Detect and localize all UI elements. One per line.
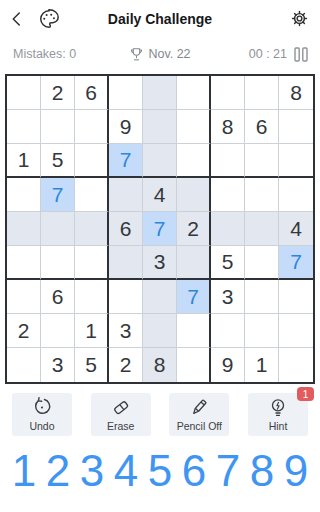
- number-pad: 123456789: [8, 449, 312, 493]
- cell-r6c9[interactable]: 7: [279, 246, 313, 280]
- pad-digit-6[interactable]: 6: [178, 449, 210, 493]
- pad-digit-8[interactable]: 8: [246, 449, 278, 493]
- cell-r5c4[interactable]: 6: [109, 212, 143, 246]
- cell-r2c6[interactable]: [177, 110, 211, 144]
- cell-r2c2[interactable]: [41, 110, 75, 144]
- cell-r3c8[interactable]: [245, 144, 279, 178]
- cell-r6c1[interactable]: [7, 246, 41, 280]
- cell-r4c2[interactable]: 7: [41, 178, 75, 212]
- cell-r7c8[interactable]: [245, 280, 279, 314]
- cell-r8c8[interactable]: [245, 314, 279, 348]
- cell-r5c1[interactable]: [7, 212, 41, 246]
- cell-r7c6[interactable]: 7: [177, 280, 211, 314]
- cell-r4c7[interactable]: [211, 178, 245, 212]
- cell-r4c6[interactable]: [177, 178, 211, 212]
- cell-r6c8[interactable]: [245, 246, 279, 280]
- timer-group: 00 : 21: [191, 47, 320, 62]
- pad-digit-4[interactable]: 4: [110, 449, 142, 493]
- cell-r8c1[interactable]: 2: [7, 314, 41, 348]
- cell-r8c5[interactable]: [143, 314, 177, 348]
- cell-r9c5[interactable]: 8: [143, 348, 177, 382]
- cell-r4c1[interactable]: [7, 178, 41, 212]
- hint-button[interactable]: 1 Hint: [248, 393, 308, 436]
- cell-r2c3[interactable]: [75, 110, 109, 144]
- cell-r4c3[interactable]: [75, 178, 109, 212]
- cell-r2c8[interactable]: 6: [245, 110, 279, 144]
- cell-r9c7[interactable]: 9: [211, 348, 245, 382]
- cell-r1c8[interactable]: [245, 76, 279, 110]
- cell-r2c1[interactable]: [7, 110, 41, 144]
- hint-label: Hint: [269, 420, 288, 432]
- cell-r1c7[interactable]: [211, 76, 245, 110]
- eraser-icon: [110, 397, 132, 418]
- cell-r9c1[interactable]: [7, 348, 41, 382]
- cell-r9c6[interactable]: [177, 348, 211, 382]
- pencil-label: Pencil Off: [177, 420, 222, 432]
- mistakes-counter: Mistakes: 0: [0, 47, 130, 61]
- cell-r3c7[interactable]: [211, 144, 245, 178]
- cell-r1c1[interactable]: [7, 76, 41, 110]
- cell-r2c9[interactable]: [279, 110, 313, 144]
- cell-r5c3[interactable]: [75, 212, 109, 246]
- cell-r5c6[interactable]: 2: [177, 212, 211, 246]
- cell-r8c6[interactable]: [177, 314, 211, 348]
- toolbar: Undo Erase Pencil Off 1: [12, 393, 308, 436]
- cell-r8c4[interactable]: 3: [109, 314, 143, 348]
- pause-button[interactable]: [294, 47, 308, 62]
- erase-label: Erase: [107, 420, 134, 432]
- hint-badge: 1: [297, 387, 314, 401]
- cell-r7c5[interactable]: [143, 280, 177, 314]
- cell-r5c7[interactable]: [211, 212, 245, 246]
- cell-r9c4[interactable]: 2: [109, 348, 143, 382]
- undo-circular-arrow-icon: [31, 397, 53, 418]
- cell-r7c1[interactable]: [7, 280, 41, 314]
- pencil-button[interactable]: Pencil Off: [169, 393, 229, 436]
- cell-r6c4[interactable]: [109, 246, 143, 280]
- date-label: Nov. 22: [148, 47, 190, 61]
- cell-r5c2[interactable]: [41, 212, 75, 246]
- cell-r6c2[interactable]: [41, 246, 75, 280]
- undo-button[interactable]: Undo: [12, 393, 72, 436]
- lightbulb-bolt-icon: [267, 397, 289, 418]
- cell-r1c2[interactable]: 2: [41, 76, 75, 110]
- cell-r2c5[interactable]: [143, 110, 177, 144]
- sudoku-board: 268986157746724357673213352891: [5, 74, 315, 384]
- cell-r8c7[interactable]: [211, 314, 245, 348]
- pause-icon: [294, 47, 308, 62]
- cell-r9c9[interactable]: [279, 348, 313, 382]
- cell-r1c5[interactable]: [143, 76, 177, 110]
- cell-r8c3[interactable]: 1: [75, 314, 109, 348]
- pad-digit-1[interactable]: 1: [8, 449, 40, 493]
- cell-r3c6[interactable]: [177, 144, 211, 178]
- pad-digit-9[interactable]: 9: [280, 449, 312, 493]
- cell-r3c5[interactable]: [143, 144, 177, 178]
- cell-r8c2[interactable]: [41, 314, 75, 348]
- cell-r1c9[interactable]: 8: [279, 76, 313, 110]
- pad-digit-3[interactable]: 3: [76, 449, 108, 493]
- cell-r8c9[interactable]: [279, 314, 313, 348]
- cell-r7c4[interactable]: [109, 280, 143, 314]
- cell-r6c7[interactable]: 5: [211, 246, 245, 280]
- erase-button[interactable]: Erase: [91, 393, 151, 436]
- cell-r7c3[interactable]: [75, 280, 109, 314]
- trophy-icon: [130, 47, 143, 62]
- cell-r7c2[interactable]: 6: [41, 280, 75, 314]
- cell-r6c3[interactable]: [75, 246, 109, 280]
- cell-r5c5[interactable]: 7: [143, 212, 177, 246]
- cell-r1c4[interactable]: [109, 76, 143, 110]
- cell-r3c3[interactable]: [75, 144, 109, 178]
- cell-r9c3[interactable]: 5: [75, 348, 109, 382]
- cell-r7c9[interactable]: [279, 280, 313, 314]
- cell-r1c3[interactable]: 6: [75, 76, 109, 110]
- cell-r2c4[interactable]: 9: [109, 110, 143, 144]
- pad-digit-2[interactable]: 2: [42, 449, 74, 493]
- cell-r6c5[interactable]: 3: [143, 246, 177, 280]
- gear-icon[interactable]: [290, 9, 309, 28]
- cell-r1c6[interactable]: [177, 76, 211, 110]
- cell-r4c9[interactable]: [279, 178, 313, 212]
- timer-label: 00 : 21: [249, 47, 287, 61]
- cell-r3c9[interactable]: [279, 144, 313, 178]
- cell-r3c1[interactable]: 1: [7, 144, 41, 178]
- page-title: Daily Challenge: [0, 11, 320, 27]
- cell-r9c2[interactable]: 3: [41, 348, 75, 382]
- pencil-icon: [188, 397, 210, 418]
- cell-r5c9[interactable]: 4: [279, 212, 313, 246]
- cell-r2c7[interactable]: 8: [211, 110, 245, 144]
- cell-r9c8[interactable]: 1: [245, 348, 279, 382]
- header-bar: Daily Challenge: [0, 0, 320, 38]
- cell-r3c4[interactable]: 7: [109, 144, 143, 178]
- cell-r4c5[interactable]: 4: [143, 178, 177, 212]
- pad-digit-5[interactable]: 5: [144, 449, 176, 493]
- pad-digit-7[interactable]: 7: [212, 449, 244, 493]
- cell-r3c2[interactable]: 5: [41, 144, 75, 178]
- daily-date: Nov. 22: [130, 47, 190, 62]
- sudoku-app: Daily Challenge Mistakes: 0: [0, 0, 320, 512]
- cell-r4c8[interactable]: [245, 178, 279, 212]
- cell-r7c7[interactable]: 3: [211, 280, 245, 314]
- status-bar: Mistakes: 0 Nov. 22 00 : 21: [0, 45, 320, 63]
- cell-r4c4[interactable]: [109, 178, 143, 212]
- cell-r6c6[interactable]: [177, 246, 211, 280]
- undo-label: Undo: [29, 420, 54, 432]
- cell-r5c8[interactable]: [245, 212, 279, 246]
